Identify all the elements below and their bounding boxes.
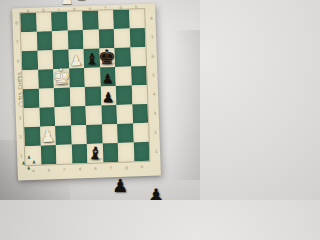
coordinate-label-c: c bbox=[63, 168, 65, 172]
coordinate-label-8: 8 bbox=[150, 16, 153, 20]
square-g3[interactable] bbox=[116, 104, 132, 124]
square-h1[interactable] bbox=[133, 142, 149, 162]
square-d1[interactable] bbox=[71, 144, 87, 164]
square-e4[interactable] bbox=[85, 87, 101, 107]
square-a7[interactable] bbox=[21, 32, 37, 52]
coordinate-label-g: g bbox=[125, 166, 128, 170]
square-f2[interactable] bbox=[102, 124, 118, 144]
coordinate-label-d: d bbox=[79, 167, 82, 171]
coordinate-label-1: 1 bbox=[155, 149, 158, 153]
piece-black-pawn-f5[interactable]: ♟ bbox=[102, 72, 114, 85]
square-c7[interactable] bbox=[52, 31, 68, 51]
square-g6[interactable] bbox=[114, 47, 130, 67]
captured-black-pawn-bottom[interactable]: ♟ bbox=[112, 177, 128, 195]
coordinate-label-7: 7 bbox=[151, 35, 154, 39]
square-c4[interactable] bbox=[54, 88, 70, 108]
photo-of-chessboard: { "game": "chess", "scene": "overhead ph… bbox=[0, 0, 200, 200]
coordinate-label-8: 8 bbox=[15, 21, 18, 25]
square-b4[interactable] bbox=[38, 88, 54, 108]
square-e3[interactable] bbox=[85, 106, 101, 126]
captured-white-piece-top-small[interactable]: ♟ bbox=[76, 0, 87, 2]
square-f8[interactable] bbox=[98, 10, 114, 30]
square-d3[interactable] bbox=[70, 106, 86, 126]
coordinate-label-a: a bbox=[27, 8, 30, 12]
square-d2[interactable] bbox=[71, 125, 87, 145]
square-g8[interactable] bbox=[113, 9, 129, 29]
square-c8[interactable] bbox=[51, 12, 67, 32]
piece-white-king-c5[interactable]: ♚ bbox=[51, 65, 71, 87]
square-b3[interactable] bbox=[39, 107, 55, 127]
coordinate-label-f: f bbox=[105, 6, 107, 10]
piece-black-king-f6[interactable]: ♚ bbox=[98, 46, 116, 66]
square-h3[interactable] bbox=[132, 104, 148, 124]
square-c1[interactable] bbox=[56, 145, 72, 165]
coordinate-label-f: f bbox=[110, 166, 112, 170]
coordinate-label-h: h bbox=[141, 165, 144, 169]
captured-black-piece-bottom-right[interactable]: ♟ bbox=[147, 186, 165, 200]
coordinate-label-2: 2 bbox=[154, 130, 157, 134]
coordinate-label-1: 1 bbox=[20, 154, 23, 158]
coordinate-label-4: 4 bbox=[18, 97, 21, 101]
square-b1[interactable] bbox=[40, 145, 56, 165]
coordinate-label-b: b bbox=[42, 8, 45, 12]
square-g1[interactable] bbox=[118, 142, 134, 162]
square-f1[interactable] bbox=[102, 143, 118, 163]
square-a2[interactable] bbox=[24, 127, 40, 147]
emblem-pawn-icon: ♟ bbox=[22, 161, 26, 166]
coordinate-label-3: 3 bbox=[153, 111, 156, 115]
coordinate-label-e: e bbox=[89, 6, 92, 10]
coordinate-label-5: 5 bbox=[152, 73, 155, 77]
coordinate-label-b: b bbox=[48, 168, 51, 172]
piece-white-pawn-d6[interactable]: ♟ bbox=[69, 53, 82, 68]
coordinate-label-h: h bbox=[135, 5, 138, 9]
square-b8[interactable] bbox=[36, 12, 52, 32]
coordinate-label-a: a bbox=[32, 169, 35, 173]
square-d4[interactable] bbox=[69, 87, 85, 107]
square-g4[interactable] bbox=[116, 85, 132, 105]
coordinate-label-3: 3 bbox=[19, 116, 22, 120]
square-a5[interactable] bbox=[22, 70, 38, 90]
square-a8[interactable] bbox=[20, 13, 36, 33]
vinyl-chess-board: ◯ US CHESS aabbccddeeffgghh8877665544332… bbox=[12, 4, 161, 181]
square-g2[interactable] bbox=[117, 123, 133, 143]
square-h4[interactable] bbox=[131, 85, 147, 105]
square-a4[interactable] bbox=[23, 89, 39, 109]
coordinate-label-4: 4 bbox=[153, 92, 156, 96]
square-f3[interactable] bbox=[101, 105, 117, 125]
coordinate-label-d: d bbox=[73, 7, 76, 11]
square-g5[interactable] bbox=[115, 66, 131, 86]
board-grid bbox=[20, 9, 149, 165]
square-h2[interactable] bbox=[133, 123, 149, 143]
coordinate-label-2: 2 bbox=[19, 135, 22, 139]
square-h7[interactable] bbox=[129, 28, 145, 48]
piece-black-bishop-e6[interactable]: ♝ bbox=[85, 52, 98, 67]
square-a3[interactable] bbox=[24, 108, 40, 128]
piece-black-bishop-e1[interactable]: ♝ bbox=[87, 144, 103, 162]
coordinate-label-g: g bbox=[119, 5, 122, 9]
square-h6[interactable] bbox=[130, 47, 146, 67]
floor-wrinkle-shadow-right bbox=[170, 30, 200, 180]
square-c2[interactable] bbox=[55, 126, 71, 146]
square-d8[interactable] bbox=[67, 11, 83, 31]
coordinate-label-7: 7 bbox=[16, 40, 19, 44]
square-a6[interactable] bbox=[22, 51, 38, 71]
captured-white-pawn-top[interactable]: ♟ bbox=[60, 0, 73, 7]
coordinate-label-e: e bbox=[94, 167, 97, 171]
square-b7[interactable] bbox=[36, 31, 52, 51]
emblem-pawn-icon: ♟ bbox=[32, 160, 36, 165]
square-e2[interactable] bbox=[86, 124, 102, 144]
square-g7[interactable] bbox=[114, 28, 130, 48]
square-e8[interactable] bbox=[82, 11, 98, 31]
square-e7[interactable] bbox=[83, 30, 99, 50]
square-e5[interactable] bbox=[84, 68, 100, 88]
coordinate-label-6: 6 bbox=[17, 59, 20, 63]
square-d7[interactable] bbox=[67, 30, 83, 50]
piece-black-pawn-f4[interactable]: ♟ bbox=[102, 90, 115, 104]
square-h5[interactable] bbox=[131, 66, 147, 86]
square-c3[interactable] bbox=[55, 107, 71, 127]
coordinate-label-6: 6 bbox=[151, 54, 154, 58]
coordinate-label-5: 5 bbox=[17, 78, 20, 82]
emblem-pawn-icon: ♟ bbox=[26, 166, 30, 171]
square-h8[interactable] bbox=[129, 9, 145, 29]
emblem-pawn-icon: ♟ bbox=[27, 156, 31, 161]
piece-white-pawn-b2[interactable]: ♟ bbox=[40, 128, 55, 145]
